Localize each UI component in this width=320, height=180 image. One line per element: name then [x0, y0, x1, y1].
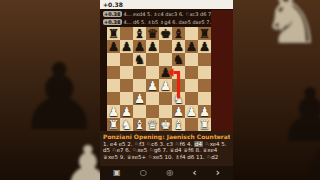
square-g6[interactable]: [185, 53, 198, 66]
bottom-toolbar: ▣ ○ ◎ ‹ ›: [100, 166, 233, 180]
square-h4[interactable]: [198, 79, 211, 92]
square-f1[interactable]: ♝: [172, 118, 185, 131]
square-g7[interactable]: ♟: [185, 40, 198, 53]
square-c5[interactable]: [133, 66, 146, 79]
white-rook-a1: ♜: [108, 118, 119, 131]
square-a1[interactable]: ♜: [107, 118, 120, 131]
square-a7[interactable]: ♟: [107, 40, 120, 53]
next-move-icon[interactable]: ›: [216, 168, 220, 178]
white-queen-d1: ♛: [147, 118, 158, 131]
square-e1[interactable]: ♚: [159, 118, 172, 131]
square-g1[interactable]: [185, 118, 198, 131]
square-g4[interactable]: [185, 79, 198, 92]
square-b7[interactable]: ♟: [120, 40, 133, 53]
board-side-strip: [211, 10, 233, 131]
square-d1[interactable]: ♛: [146, 118, 159, 131]
black-knight-f6: ♞: [173, 53, 184, 66]
opening-info-panel: Ponziani Opening: Jaenisch Counterattack…: [100, 131, 233, 166]
square-a5[interactable]: [107, 66, 120, 79]
square-d7[interactable]: ♟: [146, 40, 159, 53]
square-h1[interactable]: ♜: [198, 118, 211, 131]
black-king-e8: ♚: [160, 27, 171, 40]
black-pawn-a7: ♟: [108, 40, 119, 53]
square-a6[interactable]: [107, 53, 120, 66]
evaluation-bar[interactable]: +0.38: [100, 0, 233, 9]
square-f5[interactable]: [172, 66, 185, 79]
white-pawn-g2: ♟: [186, 105, 197, 118]
black-pawn-b7: ♟: [121, 40, 132, 53]
square-d3[interactable]: [146, 92, 159, 105]
moves-before: 1. e4 e5 2. ♘f3 ♘c6 3. c3 ♘f6 4.: [103, 141, 192, 147]
target-icon[interactable]: ◎: [166, 168, 173, 178]
square-a4[interactable]: [107, 79, 120, 92]
square-e7[interactable]: [159, 40, 172, 53]
square-h6[interactable]: [198, 53, 211, 66]
background-left-strip: ♟ ♟: [0, 0, 100, 180]
opening-title: Ponziani Opening: Jaenisch Counterattack: [103, 133, 230, 140]
square-c3[interactable]: ♟: [133, 92, 146, 105]
square-b5[interactable]: [120, 66, 133, 79]
square-e8[interactable]: ♚: [159, 27, 172, 40]
black-pawn-h7: ♟: [199, 40, 210, 53]
background-black-pawn-icon: ♟: [18, 52, 100, 144]
white-pawn-d4: ♟: [147, 79, 158, 92]
background-right-strip: ♞ ♟ ♟: [233, 0, 320, 180]
record-circle-icon[interactable]: ○: [140, 168, 147, 178]
white-pawn-e4: ♟: [160, 79, 171, 92]
white-rook-h1: ♜: [199, 118, 210, 131]
chess-board[interactable]: ♜♝♛♚♝♜♟♟♟♟♟♟♟♞♞♟♟♟♟♞♟♟♟♟♟♜♞♝♛♚♝♜: [107, 27, 211, 131]
background-white-knight-icon: ♞: [261, 0, 320, 54]
square-f6[interactable]: ♞: [172, 53, 185, 66]
prev-move-icon[interactable]: ‹: [192, 168, 196, 178]
move-list[interactable]: 1. e4 e5 2. ♘f3 ♘c6 3. c3 ♘f6 4. d4 ♘xe4…: [103, 141, 230, 160]
black-pawn-g7: ♟: [186, 40, 197, 53]
board-icon[interactable]: ▣: [113, 168, 121, 178]
evaluation-value: +0.38: [100, 1, 123, 8]
white-pawn-c3: ♟: [134, 92, 145, 105]
black-pawn-d7: ♟: [147, 40, 158, 53]
white-knight-b1: ♞: [121, 118, 132, 131]
square-e3[interactable]: [159, 92, 172, 105]
engine-line-1-eval-badge: +0.38: [103, 11, 122, 17]
current-move-highlight[interactable]: d4: [194, 141, 203, 147]
app-screenshot: ♟ ♟ ♞ ♟ ♟ +0.38 +0.38 4... exd4 5. ♗c4 d…: [0, 0, 320, 180]
background-white-pawn-icon: ♟: [62, 138, 100, 180]
square-b4[interactable]: [120, 79, 133, 92]
square-g2[interactable]: ♟: [185, 105, 198, 118]
square-d4[interactable]: ♟: [146, 79, 159, 92]
white-bishop-f1: ♝: [173, 118, 184, 131]
background-black-pawn-icon: ♟: [293, 142, 320, 180]
square-h5[interactable]: [198, 66, 211, 79]
white-bishop-c1: ♝: [134, 118, 145, 131]
square-c1[interactable]: ♝: [133, 118, 146, 131]
square-e4[interactable]: ♟: [159, 79, 172, 92]
engine-line-2-eval-badge: +0.38: [103, 19, 122, 25]
app-column: +0.38 +0.38 4... exd4 5. ♗c4 dxc3 6. ♘xc…: [100, 0, 233, 180]
square-b6[interactable]: [120, 53, 133, 66]
white-king-e1: ♚: [160, 118, 171, 131]
square-h7[interactable]: ♟: [198, 40, 211, 53]
black-knight-c6: ♞: [134, 53, 145, 66]
square-b1[interactable]: ♞: [120, 118, 133, 131]
square-g5[interactable]: [185, 66, 198, 79]
square-c6[interactable]: ♞: [133, 53, 146, 66]
square-d6[interactable]: [146, 53, 159, 66]
